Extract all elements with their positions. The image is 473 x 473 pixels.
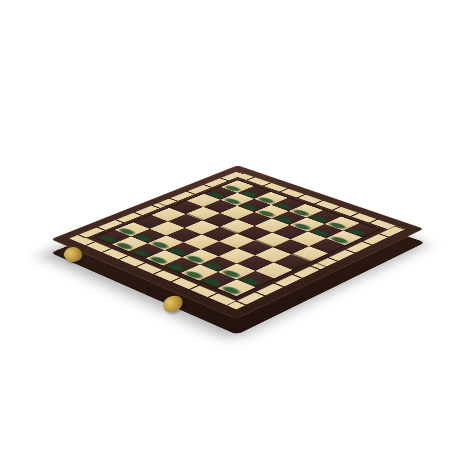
white-rook-icon: ♜ xyxy=(210,215,252,291)
scene: ♜♞♝♛♚♝♞♜♟♟♟♟♟♟♟♟♟♟♟♟♟♟♟♟♜♞♝♛♚♝♞♜ xyxy=(0,0,473,473)
black-pawn-icon: ♟ xyxy=(324,184,356,241)
chess-board: ♜♞♝♛♚♝♞♜♟♟♟♟♟♟♟♟♟♟♟♟♟♟♟♟♜♞♝♛♚♝♞♜ xyxy=(51,165,424,319)
chess-set-photo: ♜♞♝♛♚♝♞♜♟♟♟♟♟♟♟♟♟♟♟♟♟♟♟♟♜♞♝♛♚♝♞♜ xyxy=(0,0,473,473)
